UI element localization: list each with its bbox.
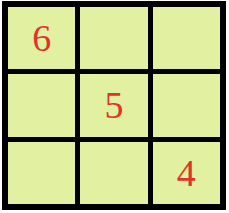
cell-r1c2[interactable] [153, 74, 220, 136]
cell-r0c1[interactable] [80, 7, 147, 69]
cell-r2c2[interactable]: 4 [153, 142, 220, 204]
cell-r0c0[interactable]: 6 [8, 7, 75, 69]
cell-r1c1[interactable]: 5 [80, 74, 147, 136]
cell-r1c0[interactable] [8, 74, 75, 136]
cell-r2c0[interactable] [8, 142, 75, 204]
puzzle-grid: 6 5 4 [2, 1, 226, 210]
cell-r0c2[interactable] [153, 7, 220, 69]
cell-r2c1[interactable] [80, 142, 147, 204]
